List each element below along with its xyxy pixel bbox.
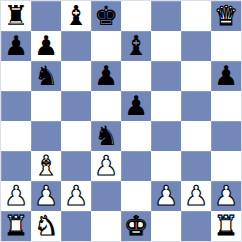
square-a6[interactable] xyxy=(1,61,31,91)
piece-white-pawn[interactable]: ♟ xyxy=(34,181,58,211)
square-e4[interactable] xyxy=(121,121,151,151)
square-h4[interactable] xyxy=(211,121,241,151)
square-g5[interactable] xyxy=(181,91,211,121)
square-c1[interactable] xyxy=(61,211,91,241)
square-e1[interactable]: ♚ xyxy=(121,211,151,241)
piece-white-rook[interactable]: ♜ xyxy=(214,211,238,241)
piece-black-rook[interactable]: ♜ xyxy=(4,1,28,31)
square-h8[interactable]: ♛ xyxy=(211,1,241,31)
piece-white-rook[interactable]: ♜ xyxy=(4,211,28,241)
chess-board: ♜♝♚♛♟♟♝♞♟♟♟♞♝♟♟♟♟♟♟♟♜♞♚♜ xyxy=(0,0,242,242)
piece-black-knight[interactable]: ♞ xyxy=(34,61,58,91)
piece-white-pawn[interactable]: ♟ xyxy=(64,181,88,211)
piece-white-pawn[interactable]: ♟ xyxy=(94,151,118,181)
square-a2[interactable]: ♟ xyxy=(1,181,31,211)
square-c4[interactable] xyxy=(61,121,91,151)
square-g2[interactable]: ♟ xyxy=(181,181,211,211)
piece-white-pawn[interactable]: ♟ xyxy=(154,181,178,211)
square-h5[interactable] xyxy=(211,91,241,121)
square-g3[interactable] xyxy=(181,151,211,181)
square-b3[interactable]: ♝ xyxy=(31,151,61,181)
square-g4[interactable] xyxy=(181,121,211,151)
piece-black-king[interactable]: ♚ xyxy=(94,1,118,31)
square-e2[interactable] xyxy=(121,181,151,211)
square-c8[interactable]: ♝ xyxy=(61,1,91,31)
square-h1[interactable]: ♜ xyxy=(211,211,241,241)
square-e3[interactable] xyxy=(121,151,151,181)
piece-white-pawn[interactable]: ♟ xyxy=(214,181,238,211)
square-f3[interactable] xyxy=(151,151,181,181)
square-b2[interactable]: ♟ xyxy=(31,181,61,211)
square-b6[interactable]: ♞ xyxy=(31,61,61,91)
square-d1[interactable] xyxy=(91,211,121,241)
square-a5[interactable] xyxy=(1,91,31,121)
piece-black-pawn[interactable]: ♟ xyxy=(214,61,238,91)
square-d5[interactable] xyxy=(91,91,121,121)
square-d6[interactable]: ♟ xyxy=(91,61,121,91)
square-e7[interactable]: ♝ xyxy=(121,31,151,61)
piece-black-bishop[interactable]: ♝ xyxy=(64,1,88,31)
square-c2[interactable]: ♟ xyxy=(61,181,91,211)
square-a7[interactable]: ♟ xyxy=(1,31,31,61)
square-c6[interactable] xyxy=(61,61,91,91)
square-b8[interactable] xyxy=(31,1,61,31)
square-f8[interactable] xyxy=(151,1,181,31)
square-g8[interactable] xyxy=(181,1,211,31)
piece-black-knight[interactable]: ♞ xyxy=(94,121,118,151)
square-d7[interactable] xyxy=(91,31,121,61)
square-g6[interactable] xyxy=(181,61,211,91)
square-f2[interactable]: ♟ xyxy=(151,181,181,211)
square-d3[interactable]: ♟ xyxy=(91,151,121,181)
piece-black-pawn[interactable]: ♟ xyxy=(34,31,58,61)
square-d2[interactable] xyxy=(91,181,121,211)
square-f4[interactable] xyxy=(151,121,181,151)
piece-white-knight[interactable]: ♞ xyxy=(34,211,58,241)
square-f5[interactable] xyxy=(151,91,181,121)
square-c7[interactable] xyxy=(61,31,91,61)
piece-black-pawn[interactable]: ♟ xyxy=(4,31,28,61)
square-e8[interactable] xyxy=(121,1,151,31)
square-d8[interactable]: ♚ xyxy=(91,1,121,31)
piece-white-bishop[interactable]: ♝ xyxy=(34,151,58,181)
square-h3[interactable] xyxy=(211,151,241,181)
square-g1[interactable] xyxy=(181,211,211,241)
square-a1[interactable]: ♜ xyxy=(1,211,31,241)
square-b1[interactable]: ♞ xyxy=(31,211,61,241)
piece-white-pawn[interactable]: ♟ xyxy=(4,181,28,211)
square-e6[interactable] xyxy=(121,61,151,91)
square-f7[interactable] xyxy=(151,31,181,61)
square-f6[interactable] xyxy=(151,61,181,91)
piece-white-king[interactable]: ♚ xyxy=(124,211,148,241)
square-a8[interactable]: ♜ xyxy=(1,1,31,31)
square-e5[interactable]: ♟ xyxy=(121,91,151,121)
square-b5[interactable] xyxy=(31,91,61,121)
square-a3[interactable] xyxy=(1,151,31,181)
square-h2[interactable]: ♟ xyxy=(211,181,241,211)
piece-white-queen[interactable]: ♛ xyxy=(214,1,238,31)
piece-black-bishop[interactable]: ♝ xyxy=(124,31,148,61)
square-a4[interactable] xyxy=(1,121,31,151)
square-c3[interactable] xyxy=(61,151,91,181)
square-f1[interactable] xyxy=(151,211,181,241)
piece-black-pawn[interactable]: ♟ xyxy=(94,61,118,91)
piece-white-pawn[interactable]: ♟ xyxy=(184,181,208,211)
square-g7[interactable] xyxy=(181,31,211,61)
square-h6[interactable]: ♟ xyxy=(211,61,241,91)
square-b4[interactable] xyxy=(31,121,61,151)
square-d4[interactable]: ♞ xyxy=(91,121,121,151)
square-h7[interactable] xyxy=(211,31,241,61)
square-c5[interactable] xyxy=(61,91,91,121)
piece-black-pawn[interactable]: ♟ xyxy=(124,91,148,121)
square-b7[interactable]: ♟ xyxy=(31,31,61,61)
